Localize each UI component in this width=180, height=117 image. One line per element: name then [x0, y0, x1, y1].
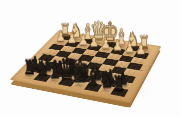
chess-board: ♜♞♝♛♚♝♞♜♟♟♟♟♟♟♟♟♟♟♟♟♟♟♟♟♜♞♝♛♚♝♞♜	[10, 30, 162, 103]
square-h8: ♜	[111, 87, 129, 97]
perspective-scene: ♜♞♝♛♚♝♞♜♟♟♟♟♟♟♟♟♟♟♟♟♟♟♟♟♜♞♝♛♚♝♞♜	[0, 0, 180, 117]
square-h2: ♟	[134, 52, 149, 59]
chess-set-photo: ♜♞♝♛♚♝♞♜♟♟♟♟♟♟♟♟♟♟♟♟♟♟♟♟♜♞♝♛♚♝♞♜	[0, 0, 180, 117]
square-e3	[94, 51, 110, 58]
